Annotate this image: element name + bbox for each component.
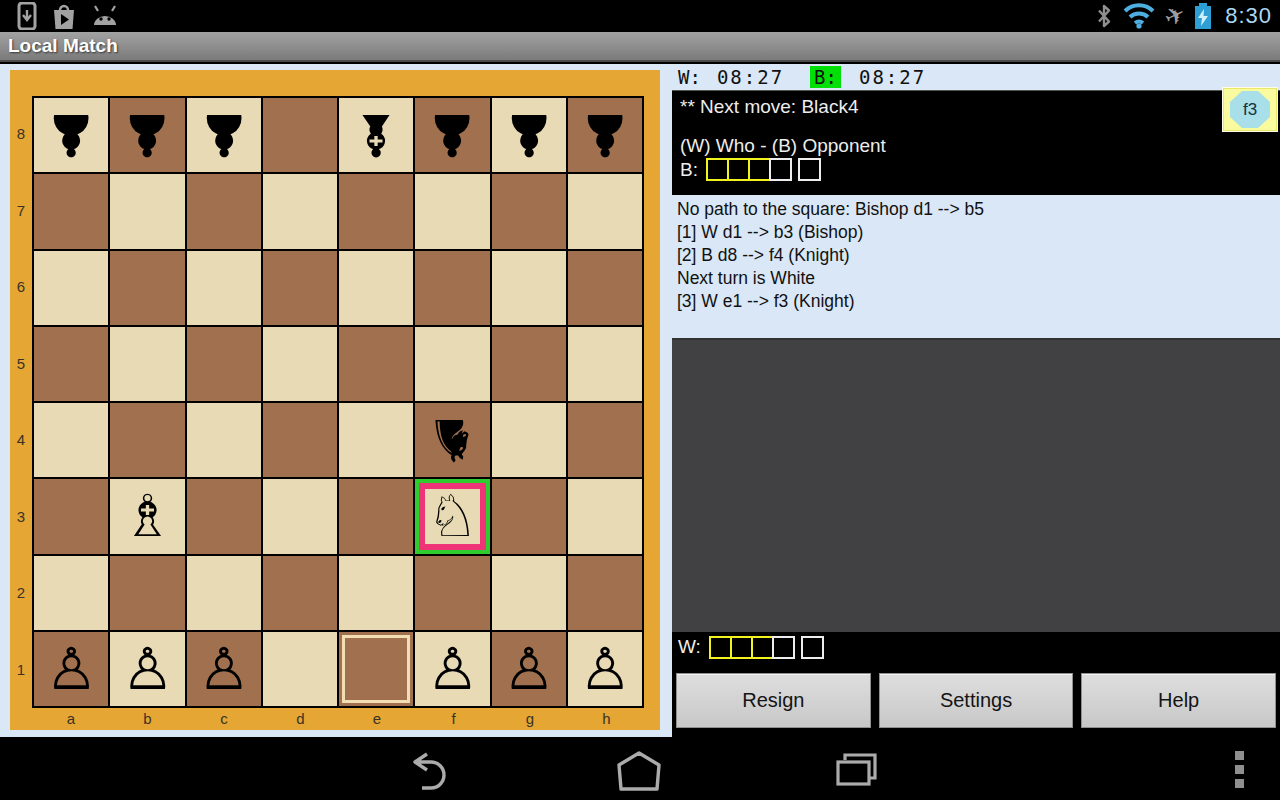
piece-bp: ♟ [579, 106, 631, 164]
square-f2[interactable] [414, 555, 490, 631]
square-e6[interactable] [338, 250, 414, 326]
content: ♟♟♟♝♟♟♟♞♗♘♙♙♙♙♙♙ 87654321 abcdefgh W: 08… [0, 64, 1280, 740]
piece-bp: ♟ [45, 106, 97, 164]
square-g2[interactable] [491, 555, 567, 631]
download-icon [16, 2, 38, 30]
black-progress-box-2 [727, 158, 750, 181]
piece-wp: ♙ [503, 640, 555, 698]
square-b7[interactable] [109, 173, 185, 249]
square-g1[interactable]: ♙ [491, 631, 567, 707]
square-b6[interactable] [109, 250, 185, 326]
square-h3[interactable] [567, 478, 643, 554]
square-d3[interactable] [262, 478, 338, 554]
rank-label-3: 3 [10, 508, 32, 525]
square-c7[interactable] [186, 173, 262, 249]
file-label-c: c [186, 710, 262, 727]
square-f3[interactable]: ♘ [414, 478, 490, 554]
play-store-icon [51, 2, 77, 30]
square-c5[interactable] [186, 326, 262, 402]
square-h6[interactable] [567, 250, 643, 326]
square-f4[interactable]: ♞ [414, 402, 490, 478]
home-icon[interactable] [612, 750, 666, 792]
rank-label-6: 6 [10, 278, 32, 295]
square-g4[interactable] [491, 402, 567, 478]
square-a5[interactable] [33, 326, 109, 402]
piece-wp: ♙ [121, 640, 173, 698]
square-c1[interactable]: ♙ [186, 631, 262, 707]
square-a2[interactable] [33, 555, 109, 631]
square-d1[interactable] [262, 631, 338, 707]
square-g6[interactable] [491, 250, 567, 326]
square-e2[interactable] [338, 555, 414, 631]
file-label-e: e [339, 710, 415, 727]
clock-strip: W: 08:27 B: 08:27 [672, 64, 1280, 91]
square-a8[interactable]: ♟ [33, 97, 109, 173]
square-h1[interactable]: ♙ [567, 631, 643, 707]
square-h4[interactable] [567, 402, 643, 478]
square-f6[interactable] [414, 250, 490, 326]
square-d8[interactable] [262, 97, 338, 173]
square-f1[interactable]: ♙ [414, 631, 490, 707]
file-label-a: a [33, 710, 109, 727]
nav-bar [0, 740, 1280, 800]
piece-wp: ♙ [579, 640, 631, 698]
black-progress-box-1 [706, 158, 729, 181]
overflow-menu-icon[interactable] [1235, 751, 1244, 788]
page-title: Local Match [8, 35, 118, 57]
board-pane: ♟♟♟♝♟♟♟♞♗♘♙♙♙♙♙♙ 87654321 abcdefgh [0, 64, 672, 737]
settings-button[interactable]: Settings [879, 673, 1074, 728]
piece-bb: ♝ [350, 106, 402, 164]
square-d6[interactable] [262, 250, 338, 326]
move-list-line-2: [1] W d1 --> b3 (Bishop) [677, 221, 1280, 244]
action-buttons: ResignSettingsHelp [672, 673, 1280, 728]
white-progress-box-5 [801, 636, 824, 659]
piece-bp: ♟ [198, 106, 250, 164]
wifi-icon [1123, 3, 1155, 29]
square-e1[interactable] [338, 631, 414, 707]
black-progress-box-5 [798, 158, 821, 181]
hint-square-button[interactable]: f3 [1222, 87, 1278, 132]
white-progress-label: W: [678, 636, 701, 658]
square-d7[interactable] [262, 173, 338, 249]
square-a3[interactable] [33, 478, 109, 554]
title-bar: Local Match [0, 32, 1280, 62]
square-g3[interactable] [491, 478, 567, 554]
square-e8[interactable]: ♝ [338, 97, 414, 173]
file-label-g: g [492, 710, 568, 727]
move-list-line-4: Next turn is White [677, 267, 1280, 290]
source-square-highlight [342, 635, 410, 703]
square-a6[interactable] [33, 250, 109, 326]
resign-button[interactable]: Resign [676, 673, 871, 728]
square-c2[interactable] [186, 555, 262, 631]
square-b8[interactable]: ♟ [109, 97, 185, 173]
piece-bn: ♞ [426, 411, 478, 469]
file-label-h: h [569, 710, 645, 727]
file-label-f: f [416, 710, 492, 727]
square-h8[interactable]: ♟ [567, 97, 643, 173]
square-b1[interactable]: ♙ [109, 631, 185, 707]
square-d5[interactable] [262, 326, 338, 402]
square-e4[interactable] [338, 402, 414, 478]
next-move-text: ** Next move: Black4 [680, 96, 858, 118]
recents-icon[interactable] [832, 750, 880, 792]
file-label-d: d [263, 710, 339, 727]
piece-wp: ♙ [45, 640, 97, 698]
square-a4[interactable] [33, 402, 109, 478]
white-progress-box-4 [772, 636, 795, 659]
android-icon [90, 3, 120, 29]
square-c3[interactable] [186, 478, 262, 554]
square-h5[interactable] [567, 326, 643, 402]
board-grid: ♟♟♟♝♟♟♟♞♗♘♙♙♙♙♙♙ [32, 96, 644, 708]
chess-board: ♟♟♟♝♟♟♟♞♗♘♙♙♙♙♙♙ 87654321 abcdefgh [10, 70, 660, 730]
piece-wp: ♙ [198, 640, 250, 698]
empty-log-area [672, 338, 1280, 632]
white-progress-box-2 [730, 636, 753, 659]
piece-wb: ♗ [121, 487, 173, 545]
square-g7[interactable] [491, 173, 567, 249]
piece-wp: ♙ [426, 640, 478, 698]
black-progress-row: B: [680, 158, 821, 181]
battery-charging-icon [1195, 6, 1211, 29]
rank-label-2: 2 [10, 584, 32, 601]
square-a7[interactable] [33, 173, 109, 249]
move-list-line-3: [2] B d8 --> f4 (Knight) [677, 244, 1280, 267]
move-list-line-5: [3] W e1 --> f3 (Knight) [677, 290, 1280, 313]
square-d4[interactable] [262, 402, 338, 478]
file-label-b: b [110, 710, 186, 727]
screen: ✈ 8:30 Local Match ♟♟♟♝♟♟♟♞♗♘♙♙♙♙♙♙ 8765… [0, 0, 1280, 800]
piece-bp: ♟ [426, 106, 478, 164]
square-f5[interactable] [414, 326, 490, 402]
square-b2[interactable] [109, 555, 185, 631]
airplane-icon: ✈ [1160, 0, 1190, 33]
piece-bp: ♟ [121, 106, 173, 164]
square-h7[interactable] [567, 173, 643, 249]
move-list[interactable]: No path to the square: Bishop d1 --> b5[… [672, 195, 1280, 338]
square-g8[interactable]: ♟ [491, 97, 567, 173]
black-progress [706, 158, 821, 181]
white-progress-box-3 [751, 636, 774, 659]
square-a1[interactable]: ♙ [33, 631, 109, 707]
hint-square-badge: f3 [1230, 91, 1270, 128]
square-f8[interactable]: ♟ [414, 97, 490, 173]
rank-label-7: 7 [10, 202, 32, 219]
white-progress-box-1 [709, 636, 732, 659]
status-clock: 8:30 [1225, 3, 1272, 29]
bluetooth-icon [1095, 2, 1113, 30]
white-progress [709, 636, 824, 659]
square-c4[interactable] [186, 402, 262, 478]
square-f7[interactable] [414, 173, 490, 249]
square-b4[interactable] [109, 402, 185, 478]
black-progress-label: B: [680, 159, 698, 181]
white-clock-label: W: [678, 66, 701, 88]
square-d2[interactable] [262, 555, 338, 631]
hint-square-text: f3 [1243, 100, 1257, 120]
rank-label-8: 8 [10, 125, 32, 142]
piece-wn: ♘ [426, 487, 478, 545]
rank-label-5: 5 [10, 355, 32, 372]
square-e5[interactable] [338, 326, 414, 402]
status-bar: ✈ 8:30 [0, 0, 1280, 32]
info-pane: W: 08:27 B: 08:27 ** Next move: Black4 (… [672, 64, 1280, 740]
square-e3[interactable] [338, 478, 414, 554]
players-text: (W) Who - (B) Opponent [680, 135, 886, 157]
rank-label-1: 1 [10, 661, 32, 678]
rank-label-4: 4 [10, 431, 32, 448]
move-list-line-1: No path to the square: Bishop d1 --> b5 [677, 198, 1280, 221]
help-button[interactable]: Help [1081, 673, 1276, 728]
black-clock-time: 08:27 [859, 66, 926, 88]
piece-bp: ♟ [503, 106, 555, 164]
square-g5[interactable] [491, 326, 567, 402]
white-progress-row: W: [672, 632, 1280, 662]
square-b5[interactable] [109, 326, 185, 402]
black-clock-label: B: [810, 66, 841, 88]
white-clock-time: 08:27 [717, 66, 784, 88]
square-c8[interactable]: ♟ [186, 97, 262, 173]
square-h2[interactable] [567, 555, 643, 631]
black-progress-box-4 [769, 158, 792, 181]
square-c6[interactable] [186, 250, 262, 326]
black-progress-box-3 [748, 158, 771, 181]
square-e7[interactable] [338, 173, 414, 249]
back-icon[interactable] [400, 750, 450, 792]
square-b3[interactable]: ♗ [109, 478, 185, 554]
match-header: ** Next move: Black4 (W) Who - (B) Oppon… [672, 91, 1280, 195]
